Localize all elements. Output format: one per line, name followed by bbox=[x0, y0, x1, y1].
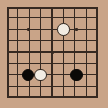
board-intersection[interactable] bbox=[93, 92, 103, 103]
board-intersection[interactable] bbox=[93, 23, 103, 36]
board-intersection[interactable] bbox=[70, 69, 83, 82]
board-intersection[interactable] bbox=[57, 1, 70, 12]
board-intersection[interactable] bbox=[47, 1, 57, 12]
board-intersection[interactable] bbox=[47, 23, 57, 36]
board-intersection[interactable] bbox=[93, 36, 103, 47]
board-intersection[interactable] bbox=[22, 58, 35, 69]
board-intersection[interactable] bbox=[22, 81, 35, 92]
board-intersection[interactable] bbox=[11, 47, 21, 58]
board-intersection[interactable] bbox=[57, 36, 70, 47]
board-intersection[interactable] bbox=[47, 69, 57, 82]
board-intersection[interactable] bbox=[70, 36, 83, 47]
board-intersection[interactable] bbox=[93, 12, 103, 23]
board-intersection[interactable] bbox=[1, 81, 11, 92]
board-intersection[interactable] bbox=[1, 92, 11, 103]
board-intersection[interactable] bbox=[83, 23, 93, 36]
board-intersection[interactable] bbox=[34, 36, 47, 47]
board-intersection[interactable] bbox=[34, 12, 47, 23]
board-intersection[interactable] bbox=[34, 92, 47, 103]
board-intersection[interactable] bbox=[47, 81, 57, 92]
board-intersection[interactable] bbox=[57, 58, 70, 69]
board-intersection[interactable] bbox=[70, 23, 83, 36]
board-intersection[interactable] bbox=[70, 92, 83, 103]
board-intersection[interactable] bbox=[11, 58, 21, 69]
star-point bbox=[27, 28, 30, 31]
star-point bbox=[75, 28, 78, 31]
board-intersection[interactable] bbox=[70, 12, 83, 23]
board-intersection[interactable] bbox=[83, 47, 93, 58]
board-intersection[interactable] bbox=[22, 23, 35, 36]
board-intersection[interactable] bbox=[83, 81, 93, 92]
board-intersection[interactable] bbox=[57, 81, 70, 92]
board-intersection[interactable] bbox=[57, 47, 70, 58]
board-intersection[interactable] bbox=[57, 23, 70, 36]
board-intersection[interactable] bbox=[70, 58, 83, 69]
board-intersection[interactable] bbox=[47, 12, 57, 23]
board-intersection[interactable] bbox=[34, 47, 47, 58]
board-intersection[interactable] bbox=[22, 47, 35, 58]
board-intersection[interactable] bbox=[47, 36, 57, 47]
board-intersection[interactable] bbox=[11, 23, 21, 36]
board-intersection[interactable] bbox=[1, 1, 11, 12]
board-intersection[interactable] bbox=[47, 58, 57, 69]
white-stone bbox=[34, 69, 47, 82]
board-intersection[interactable] bbox=[93, 1, 103, 12]
board-intersection[interactable] bbox=[34, 69, 47, 82]
board-intersection[interactable] bbox=[1, 12, 11, 23]
board-intersection[interactable] bbox=[11, 81, 21, 92]
board-intersection[interactable] bbox=[1, 47, 11, 58]
board-intersection[interactable] bbox=[22, 36, 35, 47]
board-intersection[interactable] bbox=[83, 1, 93, 12]
board-intersection[interactable] bbox=[93, 47, 103, 58]
board-intersection[interactable] bbox=[34, 58, 47, 69]
black-stone bbox=[22, 69, 35, 82]
board-intersection[interactable] bbox=[93, 58, 103, 69]
board-intersection[interactable] bbox=[83, 58, 93, 69]
board-intersection[interactable] bbox=[83, 12, 93, 23]
board-intersections bbox=[1, 1, 103, 103]
board-intersection[interactable] bbox=[93, 81, 103, 92]
board-intersection[interactable] bbox=[22, 69, 35, 82]
go-board bbox=[0, 0, 108, 108]
star-point bbox=[51, 51, 54, 54]
board-intersection[interactable] bbox=[57, 69, 70, 82]
board-intersection[interactable] bbox=[1, 58, 11, 69]
board-intersection[interactable] bbox=[1, 23, 11, 36]
board-intersection[interactable] bbox=[93, 69, 103, 82]
board-intersection[interactable] bbox=[34, 1, 47, 12]
board-intersection[interactable] bbox=[83, 69, 93, 82]
board-intersection[interactable] bbox=[11, 92, 21, 103]
board-intersection[interactable] bbox=[1, 69, 11, 82]
board-intersection[interactable] bbox=[70, 81, 83, 92]
board-intersection[interactable] bbox=[47, 92, 57, 103]
board-intersection[interactable] bbox=[11, 12, 21, 23]
board-intersection[interactable] bbox=[34, 81, 47, 92]
black-stone bbox=[70, 69, 83, 82]
board-intersection[interactable] bbox=[70, 1, 83, 12]
board-intersection[interactable] bbox=[1, 36, 11, 47]
board-intersection[interactable] bbox=[70, 47, 83, 58]
board-intersection[interactable] bbox=[11, 69, 21, 82]
board-intersection[interactable] bbox=[22, 1, 35, 12]
board-intersection[interactable] bbox=[34, 23, 47, 36]
board-intersection[interactable] bbox=[47, 47, 57, 58]
board-intersection[interactable] bbox=[22, 92, 35, 103]
board-intersection[interactable] bbox=[11, 1, 21, 12]
white-stone bbox=[57, 23, 70, 36]
board-intersection[interactable] bbox=[11, 36, 21, 47]
board-intersection[interactable] bbox=[22, 12, 35, 23]
board-intersection[interactable] bbox=[57, 12, 70, 23]
board-intersection[interactable] bbox=[57, 92, 70, 103]
board-intersection[interactable] bbox=[83, 36, 93, 47]
board-intersection[interactable] bbox=[83, 92, 93, 103]
